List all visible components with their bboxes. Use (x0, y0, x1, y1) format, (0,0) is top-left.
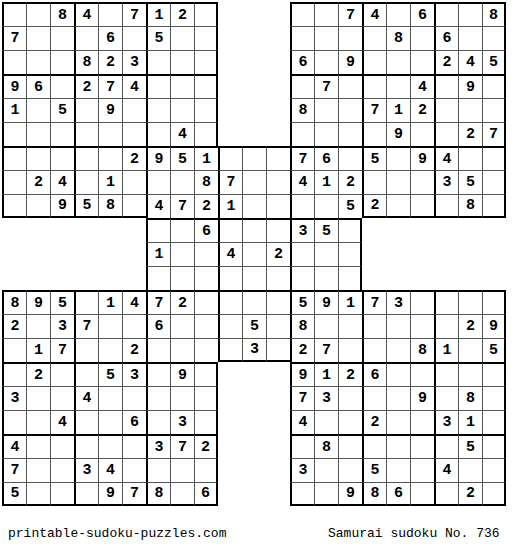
cell-r1c9 (194, 2, 218, 26)
cell-r19c5 (98, 434, 122, 458)
cell-r2c14 (314, 26, 338, 50)
cell-r11c12: 2 (266, 242, 290, 266)
cell-r4c18: 4 (410, 74, 434, 98)
cell-r5c17: 1 (386, 98, 410, 122)
cell-r7c9: 1 (194, 146, 218, 170)
board-gap (362, 218, 386, 242)
cell-r15c5 (98, 338, 122, 362)
cell-r18c17 (386, 410, 410, 434)
cell-r13c15: 1 (338, 290, 362, 314)
cell-r6c9 (194, 122, 218, 146)
board-gap (242, 2, 266, 26)
cell-r1c13 (290, 2, 314, 26)
cell-r6c7 (146, 122, 170, 146)
cell-r1c4: 4 (74, 2, 98, 26)
cell-r1c2 (26, 2, 50, 26)
cell-r3c14 (314, 50, 338, 74)
board-gap (434, 266, 458, 290)
cell-r12c11 (242, 266, 266, 290)
cell-r20c8 (170, 458, 194, 482)
cell-r17c18: 9 (410, 386, 434, 410)
cell-r2c6 (122, 26, 146, 50)
board-gap (458, 218, 482, 242)
cell-r13c11 (242, 290, 266, 314)
cell-r21c9: 6 (194, 482, 218, 506)
cell-r20c19: 4 (434, 458, 458, 482)
cell-r6c17: 9 (386, 122, 410, 146)
cell-r15c20 (458, 338, 482, 362)
cell-r21c20: 2 (458, 482, 482, 506)
cell-r5c15 (338, 98, 362, 122)
cell-r14c7: 6 (146, 314, 170, 338)
cell-r16c8: 9 (170, 362, 194, 386)
cell-r4c15 (338, 74, 362, 98)
cell-r5c4 (74, 98, 98, 122)
cell-r20c21 (482, 458, 506, 482)
board-gap (218, 458, 242, 482)
cell-r9c9: 2 (194, 194, 218, 218)
cell-r17c14: 3 (314, 386, 338, 410)
cell-r2c4 (74, 26, 98, 50)
cell-r6c13 (290, 122, 314, 146)
cell-r15c3: 7 (50, 338, 74, 362)
cell-r6c5 (98, 122, 122, 146)
board-gap (218, 362, 242, 386)
cell-r1c16: 4 (362, 2, 386, 26)
cell-r13c21 (482, 290, 506, 314)
cell-r14c5 (98, 314, 122, 338)
cell-r20c14 (314, 458, 338, 482)
cell-r1c21: 8 (482, 2, 506, 26)
cell-r9c17 (386, 194, 410, 218)
cell-r4c7 (146, 74, 170, 98)
cell-r1c17 (386, 2, 410, 26)
cell-r5c9 (194, 98, 218, 122)
board-gap (218, 122, 242, 146)
cell-r9c10: 1 (218, 194, 242, 218)
cell-r17c6 (122, 386, 146, 410)
board-gap (218, 482, 242, 506)
cell-r5c19 (434, 98, 458, 122)
board-gap (242, 434, 266, 458)
cell-r9c7: 4 (146, 194, 170, 218)
cell-r5c3: 5 (50, 98, 74, 122)
cell-r10c14: 5 (314, 218, 338, 242)
cell-r20c9 (194, 458, 218, 482)
cell-r15c15 (338, 338, 362, 362)
cell-r1c19 (434, 2, 458, 26)
cell-r14c18 (410, 314, 434, 338)
cell-r7c1 (2, 146, 26, 170)
cell-r21c15: 9 (338, 482, 362, 506)
cell-r6c3 (50, 122, 74, 146)
cell-r12c15 (338, 266, 362, 290)
cell-r5c21 (482, 98, 506, 122)
cell-r3c2 (26, 50, 50, 74)
cell-r4c9 (194, 74, 218, 98)
cell-r17c2 (26, 386, 50, 410)
cell-r16c13: 9 (290, 362, 314, 386)
cell-r9c5: 8 (98, 194, 122, 218)
board-gap (218, 386, 242, 410)
board-gap (242, 458, 266, 482)
cell-r2c9 (194, 26, 218, 50)
board-gap (242, 50, 266, 74)
cell-r15c13: 2 (290, 338, 314, 362)
cell-r17c5 (98, 386, 122, 410)
cell-r1c14 (314, 2, 338, 26)
board-gap (26, 242, 50, 266)
cell-r1c1 (2, 2, 26, 26)
cell-r11c14 (314, 242, 338, 266)
cell-r9c14 (314, 194, 338, 218)
cell-r11c9 (194, 242, 218, 266)
cell-r9c16: 2 (362, 194, 386, 218)
cell-r8c11 (242, 170, 266, 194)
cell-r4c4: 2 (74, 74, 98, 98)
cell-r16c3 (50, 362, 74, 386)
cell-r15c17 (386, 338, 410, 362)
cell-r16c7 (146, 362, 170, 386)
cell-r17c21 (482, 386, 506, 410)
cell-r7c19: 4 (434, 146, 458, 170)
cell-r12c7 (146, 266, 170, 290)
cell-r14c3: 3 (50, 314, 74, 338)
cell-r6c16 (362, 122, 386, 146)
cell-r18c2 (26, 410, 50, 434)
cell-r11c7: 1 (146, 242, 170, 266)
board-gap (242, 386, 266, 410)
cell-r18c20: 1 (458, 410, 482, 434)
board-gap (2, 218, 26, 242)
cell-r4c2: 6 (26, 74, 50, 98)
cell-r4c6: 4 (122, 74, 146, 98)
cell-r14c13: 8 (290, 314, 314, 338)
board-gap (218, 74, 242, 98)
cell-r6c19 (434, 122, 458, 146)
cell-r15c6: 2 (122, 338, 146, 362)
cell-r18c21 (482, 410, 506, 434)
cell-r20c1: 7 (2, 458, 26, 482)
cell-r11c11 (242, 242, 266, 266)
cell-r2c16 (362, 26, 386, 50)
cell-r14c14 (314, 314, 338, 338)
cell-r19c1: 4 (2, 434, 26, 458)
cell-r7c8: 5 (170, 146, 194, 170)
cell-r6c21: 7 (482, 122, 506, 146)
board-gap (2, 266, 26, 290)
board-gap (50, 218, 74, 242)
cell-r18c19: 3 (434, 410, 458, 434)
cell-r1c18: 6 (410, 2, 434, 26)
board-gap (266, 362, 290, 386)
cell-r1c7: 1 (146, 2, 170, 26)
cell-r17c13: 7 (290, 386, 314, 410)
cell-r4c17 (386, 74, 410, 98)
board-gap (386, 218, 410, 242)
cell-r15c1 (2, 338, 26, 362)
cell-r8c13: 4 (290, 170, 314, 194)
board-gap (482, 218, 506, 242)
cell-r15c19: 1 (434, 338, 458, 362)
cell-r10c9: 6 (194, 218, 218, 242)
cell-r7c16: 5 (362, 146, 386, 170)
cell-r20c7 (146, 458, 170, 482)
cell-r14c21: 9 (482, 314, 506, 338)
cell-r3c7 (146, 50, 170, 74)
cell-r3c5: 2 (98, 50, 122, 74)
cell-r20c17 (386, 458, 410, 482)
cell-r19c8: 7 (170, 434, 194, 458)
cell-r2c21 (482, 26, 506, 50)
cell-r16c19 (434, 362, 458, 386)
cell-r20c5: 4 (98, 458, 122, 482)
cell-r12c12 (266, 266, 290, 290)
cell-r16c20 (458, 362, 482, 386)
cell-r1c5 (98, 2, 122, 26)
cell-r13c7: 7 (146, 290, 170, 314)
cell-r14c10 (218, 314, 242, 338)
cell-r9c11 (242, 194, 266, 218)
cell-r15c12 (266, 338, 290, 362)
cell-r14c9 (194, 314, 218, 338)
cell-r13c1: 8 (2, 290, 26, 314)
cell-r13c14: 9 (314, 290, 338, 314)
board-gap (266, 434, 290, 458)
cell-r19c7: 3 (146, 434, 170, 458)
cell-r20c4: 3 (74, 458, 98, 482)
cell-r7c5 (98, 146, 122, 170)
cell-r2c13 (290, 26, 314, 50)
board-gap (50, 266, 74, 290)
cell-r9c19 (434, 194, 458, 218)
board-gap (458, 242, 482, 266)
cell-r10c10 (218, 218, 242, 242)
cell-r21c19 (434, 482, 458, 506)
cell-r19c20: 5 (458, 434, 482, 458)
board-gap (410, 218, 434, 242)
board-gap (362, 266, 386, 290)
cell-r8c3: 4 (50, 170, 74, 194)
cell-r8c8 (170, 170, 194, 194)
cell-r17c3 (50, 386, 74, 410)
cell-r14c1: 2 (2, 314, 26, 338)
cell-r18c3: 4 (50, 410, 74, 434)
cell-r16c5: 5 (98, 362, 122, 386)
cell-r7c6: 2 (122, 146, 146, 170)
cell-r18c9 (194, 410, 218, 434)
cell-r14c8 (170, 314, 194, 338)
cell-r8c17 (386, 170, 410, 194)
cell-r15c16 (362, 338, 386, 362)
cell-r19c3 (50, 434, 74, 458)
cell-r16c14: 1 (314, 362, 338, 386)
board-gap (458, 266, 482, 290)
cell-r6c18 (410, 122, 434, 146)
cell-r14c2 (26, 314, 50, 338)
cell-r17c19 (434, 386, 458, 410)
cell-r3c15: 9 (338, 50, 362, 74)
cell-r19c18 (410, 434, 434, 458)
cell-r9c18 (410, 194, 434, 218)
cell-r20c18 (410, 458, 434, 482)
cell-r8c19: 3 (434, 170, 458, 194)
cell-r20c20 (458, 458, 482, 482)
cell-r10c15 (338, 218, 362, 242)
cell-r20c13: 3 (290, 458, 314, 482)
cell-r8c1 (2, 170, 26, 194)
cell-r20c16: 5 (362, 458, 386, 482)
cell-r8c12 (266, 170, 290, 194)
cell-r17c16 (362, 386, 386, 410)
cell-r10c12 (266, 218, 290, 242)
board-gap (482, 242, 506, 266)
cell-r15c11: 3 (242, 338, 266, 362)
board-gap (218, 50, 242, 74)
board-gap (218, 434, 242, 458)
cell-r12c10 (218, 266, 242, 290)
cell-r18c15 (338, 410, 362, 434)
cell-r7c21 (482, 146, 506, 170)
cell-r13c6: 4 (122, 290, 146, 314)
cell-r18c16: 2 (362, 410, 386, 434)
board-gap (266, 74, 290, 98)
cell-r5c20 (458, 98, 482, 122)
board-gap (218, 98, 242, 122)
cell-r21c4 (74, 482, 98, 506)
cell-r10c13: 3 (290, 218, 314, 242)
cell-r8c14: 1 (314, 170, 338, 194)
cell-r5c5: 9 (98, 98, 122, 122)
cell-r11c15 (338, 242, 362, 266)
cell-r2c19: 6 (434, 26, 458, 50)
board-gap (26, 218, 50, 242)
cell-r4c1: 9 (2, 74, 26, 98)
cell-r18c4 (74, 410, 98, 434)
cell-r8c9: 8 (194, 170, 218, 194)
board-gap (386, 266, 410, 290)
cell-r15c21: 5 (482, 338, 506, 362)
board-gap (242, 98, 266, 122)
cell-r5c8 (170, 98, 194, 122)
cell-r8c4 (74, 170, 98, 194)
cell-r13c3: 5 (50, 290, 74, 314)
cell-r15c4 (74, 338, 98, 362)
cell-r13c4 (74, 290, 98, 314)
cell-r9c4: 5 (74, 194, 98, 218)
cell-r4c3 (50, 74, 74, 98)
cell-r9c21 (482, 194, 506, 218)
cell-r13c2: 9 (26, 290, 50, 314)
board-gap (266, 50, 290, 74)
cell-r13c17: 3 (386, 290, 410, 314)
cell-r13c5: 1 (98, 290, 122, 314)
board-gap (266, 410, 290, 434)
cell-r13c12 (266, 290, 290, 314)
cell-r19c17 (386, 434, 410, 458)
cell-r12c8 (170, 266, 194, 290)
cell-r17c9 (194, 386, 218, 410)
board-gap (242, 362, 266, 386)
cell-r5c13: 8 (290, 98, 314, 122)
cell-r21c17: 6 (386, 482, 410, 506)
cell-r4c14: 7 (314, 74, 338, 98)
cell-r19c4 (74, 434, 98, 458)
board-gap (98, 242, 122, 266)
cell-r19c16 (362, 434, 386, 458)
cell-r18c6: 6 (122, 410, 146, 434)
cell-r7c12 (266, 146, 290, 170)
cell-r2c5: 6 (98, 26, 122, 50)
cell-r21c1: 5 (2, 482, 26, 506)
cell-r9c1 (2, 194, 26, 218)
cell-r2c8 (170, 26, 194, 50)
cell-r9c3: 9 (50, 194, 74, 218)
cell-r8c7 (146, 170, 170, 194)
cell-r7c17 (386, 146, 410, 170)
board-gap (266, 122, 290, 146)
board-gap (122, 266, 146, 290)
board-gap (218, 26, 242, 50)
cell-r18c13: 4 (290, 410, 314, 434)
board-gap (98, 218, 122, 242)
cell-r10c11 (242, 218, 266, 242)
cell-r9c6 (122, 194, 146, 218)
cell-r13c10 (218, 290, 242, 314)
cell-r14c17 (386, 314, 410, 338)
cell-r9c12 (266, 194, 290, 218)
cell-r15c14: 7 (314, 338, 338, 362)
board-gap (386, 242, 410, 266)
cell-r21c7: 8 (146, 482, 170, 506)
board-gap (410, 242, 434, 266)
board-gap (362, 242, 386, 266)
board-gap (266, 482, 290, 506)
board-gap (242, 26, 266, 50)
cell-r7c20 (458, 146, 482, 170)
cell-r1c20 (458, 2, 482, 26)
cell-r14c6 (122, 314, 146, 338)
cell-r2c7: 5 (146, 26, 170, 50)
puzzle-caption: Samurai sudoku No. 736 (328, 526, 500, 541)
cell-r16c18 (410, 362, 434, 386)
cell-r21c21 (482, 482, 506, 506)
cell-r16c21 (482, 362, 506, 386)
cell-r6c1 (2, 122, 26, 146)
cell-r21c13 (290, 482, 314, 506)
cell-r19c15 (338, 434, 362, 458)
cell-r17c20: 8 (458, 386, 482, 410)
cell-r8c20: 5 (458, 170, 482, 194)
cell-r6c4 (74, 122, 98, 146)
cell-r13c19 (434, 290, 458, 314)
cell-r6c14 (314, 122, 338, 146)
cell-r3c20: 4 (458, 50, 482, 74)
board-gap (50, 242, 74, 266)
cell-r7c2 (26, 146, 50, 170)
cell-r7c7: 9 (146, 146, 170, 170)
board-gap (410, 266, 434, 290)
cell-r19c19 (434, 434, 458, 458)
cell-r20c3 (50, 458, 74, 482)
cell-r13c16: 7 (362, 290, 386, 314)
cell-r13c9 (194, 290, 218, 314)
board-gap (434, 218, 458, 242)
cell-r7c10 (218, 146, 242, 170)
cell-r21c14 (314, 482, 338, 506)
cell-r2c20 (458, 26, 482, 50)
cell-r2c18 (410, 26, 434, 50)
